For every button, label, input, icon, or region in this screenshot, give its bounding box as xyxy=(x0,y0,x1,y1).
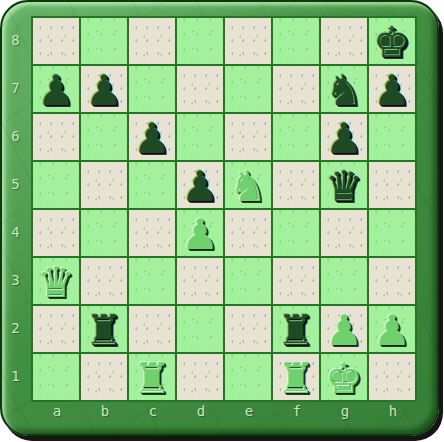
square-c3[interactable] xyxy=(129,258,175,304)
square-d3[interactable] xyxy=(177,258,223,304)
file-labels: abcdefgh xyxy=(33,401,417,421)
square-h4[interactable] xyxy=(369,210,415,256)
square-c6[interactable]: ♟ xyxy=(129,114,175,160)
white-pawn[interactable]: ♟ xyxy=(325,310,363,352)
square-a5[interactable] xyxy=(33,162,79,208)
square-h3[interactable] xyxy=(369,258,415,304)
square-e5[interactable]: ♞ xyxy=(225,162,271,208)
square-f1[interactable]: ♜ xyxy=(273,354,319,400)
rank-label-1: 1 xyxy=(0,352,31,400)
rank-label-4: 4 xyxy=(0,208,31,256)
square-g8[interactable] xyxy=(321,18,367,64)
square-c1[interactable]: ♜ xyxy=(129,354,175,400)
file-label-c: c xyxy=(129,401,177,421)
square-f4[interactable] xyxy=(273,210,319,256)
square-g1[interactable]: ♚ xyxy=(321,354,367,400)
black-knight[interactable]: ♞ xyxy=(325,70,363,112)
square-e6[interactable] xyxy=(225,114,271,160)
square-h6[interactable] xyxy=(369,114,415,160)
square-g3[interactable] xyxy=(321,258,367,304)
square-b8[interactable] xyxy=(81,18,127,64)
board: ♚♟♟♞♟♟♟♟♞♛♟♛♜♜♟♟♜♜♚ xyxy=(31,16,417,402)
square-b3[interactable] xyxy=(81,258,127,304)
square-c7[interactable] xyxy=(129,66,175,112)
square-f2[interactable]: ♜ xyxy=(273,306,319,352)
square-a8[interactable] xyxy=(33,18,79,64)
white-pawn[interactable]: ♟ xyxy=(373,310,411,352)
white-rook[interactable]: ♜ xyxy=(133,358,171,400)
black-pawn[interactable]: ♟ xyxy=(373,70,411,112)
rank-label-8: 8 xyxy=(0,16,31,64)
square-e7[interactable] xyxy=(225,66,271,112)
square-f8[interactable] xyxy=(273,18,319,64)
black-pawn[interactable]: ♟ xyxy=(325,118,363,160)
black-pawn[interactable]: ♟ xyxy=(85,70,123,112)
black-pawn[interactable]: ♟ xyxy=(37,70,75,112)
square-c8[interactable] xyxy=(129,18,175,64)
square-f6[interactable] xyxy=(273,114,319,160)
square-h8[interactable]: ♚ xyxy=(369,18,415,64)
square-e2[interactable] xyxy=(225,306,271,352)
square-d7[interactable] xyxy=(177,66,223,112)
square-c5[interactable] xyxy=(129,162,175,208)
square-g4[interactable] xyxy=(321,210,367,256)
square-d8[interactable] xyxy=(177,18,223,64)
square-e3[interactable] xyxy=(225,258,271,304)
chessboard-window: 87654321 ♚♟♟♞♟♟♟♟♞♛♟♛♜♜♟♟♜♜♚ abcdefgh xyxy=(0,0,444,442)
white-king[interactable]: ♚ xyxy=(325,358,363,400)
white-rook[interactable]: ♜ xyxy=(277,358,315,400)
white-pawn[interactable]: ♟ xyxy=(181,214,219,256)
square-f5[interactable] xyxy=(273,162,319,208)
square-g6[interactable]: ♟ xyxy=(321,114,367,160)
square-g7[interactable]: ♞ xyxy=(321,66,367,112)
square-d1[interactable] xyxy=(177,354,223,400)
file-label-d: d xyxy=(177,401,225,421)
square-d4[interactable]: ♟ xyxy=(177,210,223,256)
file-label-b: b xyxy=(81,401,129,421)
rank-label-6: 6 xyxy=(0,112,31,160)
square-b7[interactable]: ♟ xyxy=(81,66,127,112)
square-g5[interactable]: ♛ xyxy=(321,162,367,208)
rank-labels: 87654321 xyxy=(0,16,31,400)
file-label-f: f xyxy=(273,401,321,421)
black-rook[interactable]: ♜ xyxy=(85,310,123,352)
square-a1[interactable] xyxy=(33,354,79,400)
square-d2[interactable] xyxy=(177,306,223,352)
square-a6[interactable] xyxy=(33,114,79,160)
rank-label-3: 3 xyxy=(0,256,31,304)
square-c4[interactable] xyxy=(129,210,175,256)
square-e1[interactable] xyxy=(225,354,271,400)
file-label-g: g xyxy=(321,401,369,421)
square-h1[interactable] xyxy=(369,354,415,400)
rank-label-5: 5 xyxy=(0,160,31,208)
square-c2[interactable] xyxy=(129,306,175,352)
white-queen[interactable]: ♛ xyxy=(37,262,75,304)
square-f3[interactable] xyxy=(273,258,319,304)
black-pawn[interactable]: ♟ xyxy=(181,166,219,208)
square-e8[interactable] xyxy=(225,18,271,64)
rank-label-2: 2 xyxy=(0,304,31,352)
square-d5[interactable]: ♟ xyxy=(177,162,223,208)
square-a4[interactable] xyxy=(33,210,79,256)
square-b1[interactable] xyxy=(81,354,127,400)
square-b6[interactable] xyxy=(81,114,127,160)
square-a7[interactable]: ♟ xyxy=(33,66,79,112)
square-h7[interactable]: ♟ xyxy=(369,66,415,112)
square-b2[interactable]: ♜ xyxy=(81,306,127,352)
square-a2[interactable] xyxy=(33,306,79,352)
square-b5[interactable] xyxy=(81,162,127,208)
square-g2[interactable]: ♟ xyxy=(321,306,367,352)
square-d6[interactable] xyxy=(177,114,223,160)
black-king[interactable]: ♚ xyxy=(373,22,411,64)
square-h5[interactable] xyxy=(369,162,415,208)
black-rook[interactable]: ♜ xyxy=(277,310,315,352)
white-knight[interactable]: ♞ xyxy=(229,166,267,208)
file-label-a: a xyxy=(33,401,81,421)
black-pawn[interactable]: ♟ xyxy=(133,118,171,160)
square-e4[interactable] xyxy=(225,210,271,256)
square-h2[interactable]: ♟ xyxy=(369,306,415,352)
black-queen[interactable]: ♛ xyxy=(325,166,363,208)
square-b4[interactable] xyxy=(81,210,127,256)
square-f7[interactable] xyxy=(273,66,319,112)
file-label-h: h xyxy=(369,401,417,421)
file-label-e: e xyxy=(225,401,273,421)
square-a3[interactable]: ♛ xyxy=(33,258,79,304)
rank-label-7: 7 xyxy=(0,64,31,112)
